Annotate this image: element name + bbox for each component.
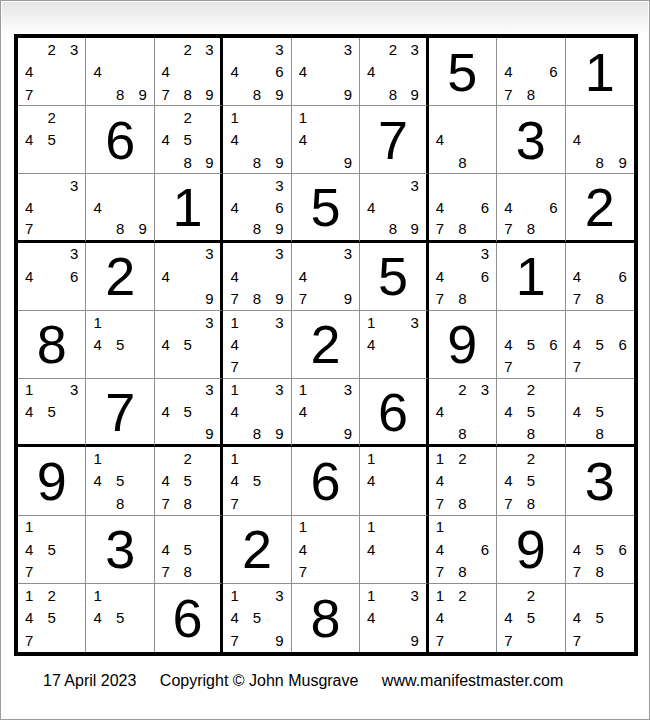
pencil-marks: 1345 xyxy=(18,379,85,444)
pencil-marks: 147 xyxy=(292,516,359,583)
candidate-digit: 6 xyxy=(474,538,496,560)
given-digit: 6 xyxy=(292,447,359,514)
cell-r5c5[interactable]: 2 xyxy=(292,311,360,379)
candidate-digit: 5 xyxy=(246,607,268,630)
cell-r2c1[interactable]: 245 xyxy=(18,106,86,174)
cell-r6c4[interactable]: 13489 xyxy=(223,379,291,447)
pencil-marks: 4678 xyxy=(429,174,496,239)
candidate-digit: 1 xyxy=(86,447,108,469)
candidate-digit: 2 xyxy=(40,584,62,607)
candidate-digit: 7 xyxy=(566,629,589,652)
cell-r9c1[interactable]: 12457 xyxy=(18,584,86,652)
cell-r3c9[interactable]: 2 xyxy=(566,174,634,242)
pencil-marks: 145 xyxy=(86,584,153,652)
cell-r2c6[interactable]: 7 xyxy=(360,106,428,174)
candidate-digit: 8 xyxy=(520,423,542,445)
given-digit: 6 xyxy=(86,106,153,173)
candidate-digit: 5 xyxy=(177,129,199,151)
candidate-digit: 4 xyxy=(223,60,245,82)
pencil-marks: 2348 xyxy=(429,379,496,444)
candidate-digit: 3 xyxy=(337,243,359,265)
candidate-digit: 2 xyxy=(177,447,199,469)
cell-r5c1[interactable]: 8 xyxy=(18,311,86,379)
cell-r9c5[interactable]: 8 xyxy=(292,584,360,652)
candidate-digit: 4 xyxy=(292,538,314,560)
cell-r4c4[interactable]: 34789 xyxy=(223,243,291,311)
candidate-digit: 4 xyxy=(18,196,40,218)
candidate-digit: 3 xyxy=(404,174,426,196)
candidate-digit: 7 xyxy=(155,492,177,514)
candidate-digit: 4 xyxy=(566,129,589,151)
candidate-digit: 4 xyxy=(429,607,451,630)
cell-r9c9[interactable]: 457 xyxy=(566,584,634,652)
cell-r1c2[interactable]: 489 xyxy=(86,38,154,106)
candidate-digit: 8 xyxy=(588,423,611,445)
candidate-digit: 8 xyxy=(177,151,199,173)
given-digit: 3 xyxy=(86,516,153,583)
candidate-digit: 3 xyxy=(404,38,426,60)
candidate-digit: 9 xyxy=(404,218,426,240)
candidate-digit: 4 xyxy=(429,401,451,423)
cell-r6c2[interactable]: 7 xyxy=(86,379,154,447)
pencil-marks: 2458 xyxy=(497,379,564,444)
cell-r4c6[interactable]: 5 xyxy=(360,243,428,311)
cell-r9c7[interactable]: 1247 xyxy=(429,584,497,652)
pencil-marks: 149 xyxy=(292,106,359,173)
cell-r1c3[interactable]: 234789 xyxy=(155,38,223,106)
candidate-digit: 3 xyxy=(404,584,426,607)
cell-r6c7[interactable]: 2348 xyxy=(429,379,497,447)
candidate-digit: 4 xyxy=(18,60,40,82)
candidate-digit: 4 xyxy=(18,538,40,560)
candidate-digit: 9 xyxy=(199,423,221,445)
candidate-digit: 4 xyxy=(360,60,382,82)
given-digit: 2 xyxy=(86,243,153,310)
pencil-marks: 1458 xyxy=(86,447,153,514)
cell-r9c3[interactable]: 6 xyxy=(155,584,223,652)
cell-r5c6[interactable]: 134 xyxy=(360,311,428,379)
candidate-digit: 9 xyxy=(268,629,290,652)
cell-r1c6[interactable]: 23489 xyxy=(360,38,428,106)
candidate-digit: 5 xyxy=(109,333,131,355)
cell-r4c9[interactable]: 4678 xyxy=(566,243,634,311)
candidate-digit: 8 xyxy=(520,492,542,514)
candidate-digit: 8 xyxy=(177,560,199,582)
cell-r8c7[interactable]: 14678 xyxy=(429,516,497,584)
cell-r2c3[interactable]: 24589 xyxy=(155,106,223,174)
candidate-digit: 8 xyxy=(451,218,473,240)
pencil-marks: 1349 xyxy=(292,379,359,444)
given-digit: 6 xyxy=(360,379,425,444)
pencil-marks: 489 xyxy=(86,38,153,105)
candidate-digit: 4 xyxy=(497,470,519,492)
pencil-marks: 23489 xyxy=(360,38,425,105)
cell-r9c4[interactable]: 134579 xyxy=(223,584,291,652)
cell-r8c9[interactable]: 45678 xyxy=(566,516,634,584)
cell-r8c6[interactable]: 14 xyxy=(360,516,428,584)
cell-r8c4[interactable]: 2 xyxy=(223,516,291,584)
candidate-digit: 4 xyxy=(155,129,177,151)
candidate-digit: 9 xyxy=(268,218,290,240)
cell-r8c8[interactable]: 9 xyxy=(497,516,565,584)
candidate-digit: 4 xyxy=(429,265,451,287)
candidate-digit: 4 xyxy=(18,607,40,630)
candidate-digit: 3 xyxy=(404,311,426,333)
candidate-digit: 4 xyxy=(223,265,245,287)
pencil-marks: 14678 xyxy=(429,516,496,583)
candidate-digit: 4 xyxy=(429,538,451,560)
candidate-digit: 1 xyxy=(360,584,382,607)
cell-r5c8[interactable]: 4567 xyxy=(497,311,565,379)
candidate-digit: 1 xyxy=(18,584,40,607)
candidate-digit: 5 xyxy=(520,607,542,630)
cell-r4c8[interactable]: 1 xyxy=(497,243,565,311)
cell-r3c8[interactable]: 4678 xyxy=(497,174,565,242)
pencil-marks: 4578 xyxy=(155,516,220,583)
cell-r2c5[interactable]: 149 xyxy=(292,106,360,174)
candidate-digit: 5 xyxy=(588,401,611,423)
candidate-digit: 1 xyxy=(429,516,451,538)
cell-r8c3[interactable]: 4578 xyxy=(155,516,223,584)
cell-r7c3[interactable]: 24578 xyxy=(155,447,223,515)
candidate-digit: 9 xyxy=(131,83,153,105)
candidate-digit: 7 xyxy=(497,356,519,378)
candidate-digit: 2 xyxy=(451,447,473,469)
given-digit: 3 xyxy=(497,106,564,173)
candidate-digit: 4 xyxy=(566,265,589,287)
candidate-digit: 8 xyxy=(588,287,611,309)
candidate-digit: 1 xyxy=(360,311,382,333)
candidate-digit: 4 xyxy=(223,401,245,423)
cell-r6c9[interactable]: 458 xyxy=(566,379,634,447)
candidate-digit: 6 xyxy=(611,333,634,355)
candidate-digit: 7 xyxy=(497,492,519,514)
given-digit: 5 xyxy=(292,174,359,239)
cell-r4c1[interactable]: 346 xyxy=(18,243,86,311)
candidate-digit: 7 xyxy=(18,83,40,105)
cell-r2c9[interactable]: 489 xyxy=(566,106,634,174)
candidate-digit: 7 xyxy=(566,356,589,378)
candidate-digit: 7 xyxy=(429,629,451,652)
cell-r7c4[interactable]: 1457 xyxy=(223,447,291,515)
cell-r6c8[interactable]: 2458 xyxy=(497,379,565,447)
candidate-digit: 7 xyxy=(566,560,589,582)
pencil-marks: 12457 xyxy=(18,584,85,652)
cell-r8c2[interactable]: 3 xyxy=(86,516,154,584)
cell-r8c1[interactable]: 1457 xyxy=(18,516,86,584)
candidate-digit: 4 xyxy=(86,470,108,492)
candidate-digit: 8 xyxy=(451,151,473,173)
cell-r5c4[interactable]: 1347 xyxy=(223,311,291,379)
cell-r1c5[interactable]: 349 xyxy=(292,38,360,106)
pencil-marks: 1457 xyxy=(18,516,85,583)
given-digit: 2 xyxy=(223,516,290,583)
sudoku-board: 2347489234789346893492348954678124562458… xyxy=(14,34,638,656)
candidate-digit: 4 xyxy=(292,401,314,423)
cell-r3c4[interactable]: 34689 xyxy=(223,174,291,242)
candidate-digit: 3 xyxy=(63,243,85,265)
cell-r5c7[interactable]: 9 xyxy=(429,311,497,379)
candidate-digit: 3 xyxy=(474,243,496,265)
candidate-digit: 9 xyxy=(199,151,221,173)
candidate-digit: 2 xyxy=(520,447,542,469)
candidate-digit: 1 xyxy=(429,584,451,607)
pencil-marks: 1247 xyxy=(429,584,496,652)
candidate-digit: 8 xyxy=(520,83,542,105)
candidate-digit: 7 xyxy=(497,218,519,240)
candidate-digit: 4 xyxy=(86,333,108,355)
pencil-marks: 13489 xyxy=(223,379,290,444)
candidate-digit: 8 xyxy=(177,83,199,105)
candidate-digit: 4 xyxy=(18,265,40,287)
cell-r9c8[interactable]: 2457 xyxy=(497,584,565,652)
candidate-digit: 4 xyxy=(86,60,108,82)
candidate-digit: 7 xyxy=(497,83,519,105)
candidate-digit: 7 xyxy=(429,218,451,240)
cell-r1c9[interactable]: 1 xyxy=(566,38,634,106)
candidate-digit: 9 xyxy=(337,83,359,105)
candidate-digit: 2 xyxy=(520,584,542,607)
candidate-digit: 5 xyxy=(109,607,131,630)
candidate-digit: 3 xyxy=(63,38,85,60)
cell-r5c2[interactable]: 145 xyxy=(86,311,154,379)
candidate-digit: 8 xyxy=(382,218,404,240)
candidate-digit: 8 xyxy=(246,151,268,173)
candidate-digit: 9 xyxy=(199,83,221,105)
page-top-gradient xyxy=(2,2,648,33)
candidate-digit: 8 xyxy=(246,423,268,445)
candidate-digit: 7 xyxy=(155,83,177,105)
candidate-digit: 4 xyxy=(155,60,177,82)
cell-r3c1[interactable]: 347 xyxy=(18,174,86,242)
candidate-digit: 1 xyxy=(292,379,314,401)
cell-r2c4[interactable]: 1489 xyxy=(223,106,291,174)
cell-r2c8[interactable]: 3 xyxy=(497,106,565,174)
cell-r5c9[interactable]: 4567 xyxy=(566,311,634,379)
candidate-digit: 4 xyxy=(18,401,40,423)
cell-r1c8[interactable]: 4678 xyxy=(497,38,565,106)
candidate-digit: 6 xyxy=(611,538,634,560)
candidate-digit: 8 xyxy=(520,218,542,240)
cell-r9c2[interactable]: 145 xyxy=(86,584,154,652)
pencil-marks: 2457 xyxy=(497,584,564,652)
given-digit: 2 xyxy=(566,174,634,239)
pencil-marks: 12478 xyxy=(429,447,496,514)
candidate-digit: 5 xyxy=(109,470,131,492)
candidate-digit: 2 xyxy=(40,106,62,128)
candidate-digit: 5 xyxy=(40,129,62,151)
cell-r7c7[interactable]: 12478 xyxy=(429,447,497,515)
candidate-digit: 2 xyxy=(520,379,542,401)
footer-copyright: Copyright © John Musgrave xyxy=(160,672,359,689)
cell-r6c5[interactable]: 1349 xyxy=(292,379,360,447)
candidate-digit: 4 xyxy=(497,607,519,630)
candidate-digit: 2 xyxy=(382,38,404,60)
given-digit: 3 xyxy=(566,447,634,514)
cell-r8c5[interactable]: 147 xyxy=(292,516,360,584)
candidate-digit: 4 xyxy=(360,607,382,630)
cell-r7c6[interactable]: 14 xyxy=(360,447,428,515)
pencil-marks: 34689 xyxy=(223,38,290,105)
pencil-marks: 349 xyxy=(292,38,359,105)
pencil-marks: 14 xyxy=(360,516,425,583)
candidate-digit: 9 xyxy=(268,151,290,173)
cell-r3c3[interactable]: 1 xyxy=(155,174,223,242)
candidate-digit: 6 xyxy=(63,265,85,287)
pencil-marks: 45678 xyxy=(566,516,634,583)
candidate-digit: 4 xyxy=(223,129,245,151)
pencil-marks: 346 xyxy=(18,243,85,310)
cell-r2c2[interactable]: 6 xyxy=(86,106,154,174)
given-digit: 1 xyxy=(155,174,220,239)
candidate-digit: 7 xyxy=(18,560,40,582)
pencil-marks: 4567 xyxy=(566,311,634,378)
cell-r6c6[interactable]: 6 xyxy=(360,379,428,447)
candidate-digit: 9 xyxy=(404,629,426,652)
candidate-digit: 4 xyxy=(497,401,519,423)
given-digit: 6 xyxy=(155,584,220,652)
candidate-digit: 4 xyxy=(223,607,245,630)
pencil-marks: 245 xyxy=(18,106,85,173)
pencil-marks: 4567 xyxy=(497,311,564,378)
cell-r1c4[interactable]: 34689 xyxy=(223,38,291,106)
candidate-digit: 3 xyxy=(337,38,359,60)
candidate-digit: 8 xyxy=(246,287,268,309)
candidate-digit: 3 xyxy=(63,174,85,196)
candidate-digit: 9 xyxy=(404,83,426,105)
candidate-digit: 5 xyxy=(588,333,611,355)
cell-r2c7[interactable]: 48 xyxy=(429,106,497,174)
candidate-digit: 4 xyxy=(292,60,314,82)
candidate-digit: 3 xyxy=(199,311,221,333)
cell-r7c9[interactable]: 3 xyxy=(566,447,634,515)
candidate-digit: 1 xyxy=(223,106,245,128)
candidate-digit: 6 xyxy=(474,196,496,218)
given-digit: 8 xyxy=(292,584,359,652)
candidate-digit: 5 xyxy=(177,470,199,492)
candidate-digit: 8 xyxy=(177,492,199,514)
candidate-digit: 8 xyxy=(382,83,404,105)
cell-r4c3[interactable]: 349 xyxy=(155,243,223,311)
candidate-digit: 4 xyxy=(86,607,108,630)
cell-r6c3[interactable]: 3459 xyxy=(155,379,223,447)
candidate-digit: 4 xyxy=(18,129,40,151)
cell-r7c1[interactable]: 9 xyxy=(18,447,86,515)
candidate-digit: 4 xyxy=(497,60,519,82)
pencil-marks: 48 xyxy=(429,106,496,173)
pencil-marks: 489 xyxy=(566,106,634,173)
pencil-marks: 1489 xyxy=(223,106,290,173)
candidate-digit: 8 xyxy=(109,218,131,240)
cell-r4c2[interactable]: 2 xyxy=(86,243,154,311)
candidate-digit: 4 xyxy=(223,333,245,355)
cell-r3c2[interactable]: 489 xyxy=(86,174,154,242)
cell-r3c7[interactable]: 4678 xyxy=(429,174,497,242)
candidate-digit: 4 xyxy=(429,129,451,151)
footer: 17 April 2023 Copyright © John Musgrave … xyxy=(43,672,563,690)
candidate-digit: 4 xyxy=(360,196,382,218)
candidate-digit: 4 xyxy=(360,333,382,355)
candidate-digit: 2 xyxy=(451,584,473,607)
candidate-digit: 1 xyxy=(18,379,40,401)
given-digit: 5 xyxy=(360,243,425,310)
candidate-digit: 4 xyxy=(223,470,245,492)
candidate-digit: 2 xyxy=(451,379,473,401)
cell-r3c6[interactable]: 3489 xyxy=(360,174,428,242)
candidate-digit: 7 xyxy=(223,356,245,378)
candidate-digit: 8 xyxy=(109,83,131,105)
candidate-digit: 4 xyxy=(292,129,314,151)
candidate-digit: 4 xyxy=(292,265,314,287)
cell-r7c2[interactable]: 1458 xyxy=(86,447,154,515)
candidate-digit: 1 xyxy=(429,447,451,469)
candidate-digit: 8 xyxy=(451,423,473,445)
candidate-digit: 3 xyxy=(199,38,221,60)
candidate-digit: 4 xyxy=(155,538,177,560)
cell-r6c1[interactable]: 1345 xyxy=(18,379,86,447)
cell-r3c5[interactable]: 5 xyxy=(292,174,360,242)
pencil-marks: 134579 xyxy=(223,584,290,652)
candidate-digit: 4 xyxy=(566,538,589,560)
cell-r4c5[interactable]: 3479 xyxy=(292,243,360,311)
cell-r5c3[interactable]: 345 xyxy=(155,311,223,379)
candidate-digit: 8 xyxy=(109,492,131,514)
pencil-marks: 34689 xyxy=(223,174,290,239)
cell-r7c5[interactable]: 6 xyxy=(292,447,360,515)
given-digit: 1 xyxy=(497,243,564,310)
cell-r7c8[interactable]: 24578 xyxy=(497,447,565,515)
pencil-marks: 1349 xyxy=(360,584,425,652)
pencil-marks: 3479 xyxy=(292,243,359,310)
candidate-digit: 5 xyxy=(588,607,611,630)
candidate-digit: 2 xyxy=(177,106,199,128)
pencil-marks: 3489 xyxy=(360,174,425,239)
candidate-digit: 5 xyxy=(40,401,62,423)
cell-r9c6[interactable]: 1349 xyxy=(360,584,428,652)
candidate-digit: 7 xyxy=(429,492,451,514)
puzzle-page: 2347489234789346893492348954678124562458… xyxy=(0,0,650,720)
candidate-digit: 6 xyxy=(542,333,564,355)
candidate-digit: 5 xyxy=(177,333,199,355)
candidate-digit: 1 xyxy=(86,584,108,607)
candidate-digit: 3 xyxy=(268,38,290,60)
candidate-digit: 4 xyxy=(86,196,108,218)
candidate-digit: 4 xyxy=(155,333,177,355)
candidate-digit: 1 xyxy=(18,516,40,538)
cell-r4c7[interactable]: 34678 xyxy=(429,243,497,311)
candidate-digit: 3 xyxy=(268,174,290,196)
candidate-digit: 3 xyxy=(63,379,85,401)
candidate-digit: 2 xyxy=(40,38,62,60)
candidate-digit: 3 xyxy=(337,379,359,401)
candidate-digit: 5 xyxy=(177,538,199,560)
candidate-digit: 9 xyxy=(268,287,290,309)
candidate-digit: 1 xyxy=(223,447,245,469)
candidate-digit: 8 xyxy=(588,560,611,582)
candidate-digit: 5 xyxy=(588,538,611,560)
candidate-digit: 5 xyxy=(40,607,62,630)
pencil-marks: 3459 xyxy=(155,379,220,444)
candidate-digit: 5 xyxy=(520,401,542,423)
candidate-digit: 6 xyxy=(268,196,290,218)
candidate-digit: 1 xyxy=(292,106,314,128)
pencil-marks: 489 xyxy=(86,174,153,239)
pencil-marks: 34789 xyxy=(223,243,290,310)
candidate-digit: 1 xyxy=(86,311,108,333)
cell-r1c1[interactable]: 2347 xyxy=(18,38,86,106)
pencil-marks: 134 xyxy=(360,311,425,378)
cell-r1c7[interactable]: 5 xyxy=(429,38,497,106)
